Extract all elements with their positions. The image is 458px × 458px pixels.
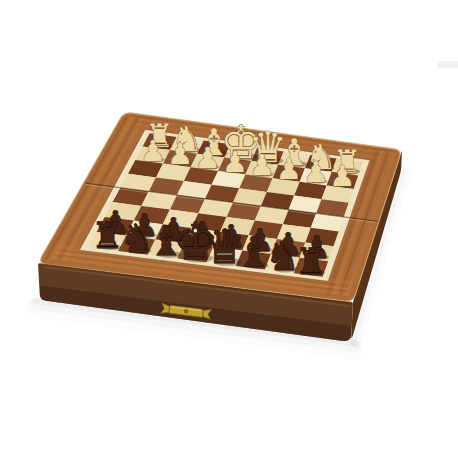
piece-white-pawn[interactable]: ♟ <box>276 152 302 186</box>
product-photo-canvas: ♜♞♝♚♛♝♞♜♟♟♟♟♟♟♟♟♟♟♟♟♟♟♟♟♜♞♝♚♛♝♞♜ <box>0 0 458 458</box>
piece-white-pawn[interactable]: ♟ <box>222 145 248 179</box>
piece-white-pawn[interactable]: ♟ <box>140 134 166 168</box>
piece-white-pawn[interactable]: ♟ <box>195 141 221 175</box>
piece-black-rook[interactable]: ♜ <box>295 241 327 282</box>
background-artifact <box>437 61 458 68</box>
piece-white-pawn[interactable]: ♟ <box>249 148 275 182</box>
chess-set-photo: ♜♞♝♚♛♝♞♜♟♟♟♟♟♟♟♟♟♟♟♟♟♟♟♟♜♞♝♚♛♝♞♜ <box>0 0 458 458</box>
piece-white-pawn[interactable]: ♟ <box>303 155 329 189</box>
piece-white-pawn[interactable]: ♟ <box>167 137 193 171</box>
piece-white-pawn[interactable]: ♟ <box>330 159 356 193</box>
